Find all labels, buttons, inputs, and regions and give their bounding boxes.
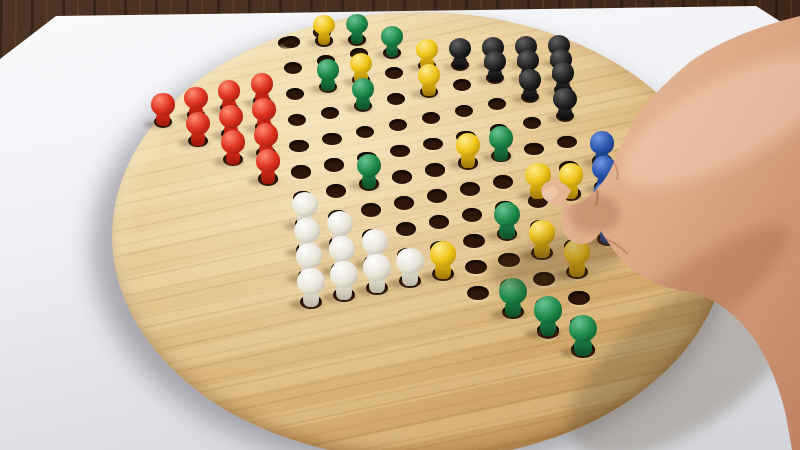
peg-head	[590, 131, 614, 154]
hole-12-4[interactable]	[557, 136, 576, 149]
hole-7-7[interactable]	[396, 222, 417, 236]
peg-head	[346, 14, 367, 35]
peg-white[interactable]	[330, 261, 357, 300]
peg-head	[456, 133, 480, 156]
peg-head	[553, 88, 576, 110]
hole-7-2[interactable]	[387, 93, 405, 105]
hole-10-8[interactable]	[498, 253, 519, 267]
peg-head	[294, 218, 320, 243]
peg-head	[534, 296, 562, 323]
hole-8-4[interactable]	[425, 163, 445, 176]
photo-scene	[0, 0, 800, 450]
peg-green[interactable]	[534, 296, 562, 336]
peg-head	[625, 150, 650, 174]
peg-head	[357, 154, 382, 178]
peg-head	[256, 149, 281, 173]
peg-green[interactable]	[489, 126, 513, 160]
hole-4-3[interactable]	[284, 62, 302, 74]
peg-head	[559, 163, 584, 187]
hole-9-6[interactable]	[462, 208, 483, 222]
peg-head	[330, 261, 357, 288]
peg-head	[252, 98, 275, 121]
peg-green[interactable]	[357, 154, 382, 189]
peg-red[interactable]	[186, 112, 210, 146]
hole-7-4[interactable]	[390, 145, 409, 158]
peg-head	[569, 315, 598, 343]
peg-head	[416, 39, 438, 60]
hole-4-7[interactable]	[291, 165, 311, 178]
peg-yellow[interactable]	[430, 241, 457, 279]
peg-yellow[interactable]	[529, 220, 555, 258]
hole-9-1[interactable]	[453, 79, 471, 91]
peg-red[interactable]	[151, 93, 174, 126]
peg-head	[151, 93, 174, 115]
hole-11-9[interactable]	[533, 272, 555, 287]
peg-white[interactable]	[396, 248, 423, 287]
hole-6-4[interactable]	[356, 126, 375, 139]
board-cells	[0, 0, 800, 450]
hole-9-7[interactable]	[463, 234, 484, 248]
peg-green[interactable]	[569, 315, 598, 356]
peg-head	[661, 193, 687, 218]
peg-white[interactable]	[363, 254, 390, 293]
peg-head	[186, 112, 210, 135]
peg-blue[interactable]	[628, 200, 654, 237]
peg-head	[327, 211, 353, 236]
peg-head	[362, 229, 389, 255]
hole-8-3[interactable]	[423, 138, 442, 151]
peg-head	[296, 243, 323, 269]
peg-green[interactable]	[352, 78, 375, 111]
peg-head	[329, 236, 356, 262]
peg-green[interactable]	[494, 202, 520, 239]
peg-head	[519, 69, 542, 91]
peg-head	[418, 64, 441, 86]
peg-blue[interactable]	[595, 207, 621, 244]
hole-7-6[interactable]	[394, 196, 414, 210]
peg-white[interactable]	[297, 268, 325, 307]
peg-yellow[interactable]	[559, 163, 584, 199]
peg-head	[659, 168, 684, 192]
peg-head	[219, 105, 243, 128]
peg-head	[297, 268, 325, 295]
peg-head	[221, 130, 245, 153]
hole-11-3[interactable]	[523, 117, 542, 130]
hole-5-4[interactable]	[321, 107, 340, 119]
hole-4-4[interactable]	[286, 88, 304, 100]
peg-head	[494, 202, 520, 227]
peg-blue[interactable]	[661, 193, 687, 230]
peg-blue[interactable]	[694, 187, 720, 223]
hole-11-4[interactable]	[524, 143, 543, 156]
peg-head	[626, 175, 651, 199]
hole-5-7[interactable]	[326, 184, 346, 197]
peg-head	[313, 15, 334, 36]
hole-4-5[interactable]	[288, 114, 307, 126]
peg-yellow[interactable]	[418, 64, 441, 96]
peg-head	[489, 126, 513, 149]
hole-8-2[interactable]	[422, 112, 441, 124]
peg-head	[484, 51, 506, 72]
hole-9-2[interactable]	[455, 105, 474, 117]
hole-8-6[interactable]	[429, 215, 450, 229]
peg-black[interactable]	[519, 69, 542, 101]
hole-12-10[interactable]	[568, 291, 590, 306]
hole-7-1[interactable]	[385, 67, 403, 79]
peg-head	[352, 78, 375, 100]
peg-head	[363, 254, 390, 280]
peg-black[interactable]	[449, 38, 471, 69]
peg-head	[350, 53, 372, 74]
hole-9-9[interactable]	[467, 286, 489, 301]
peg-head	[552, 62, 574, 84]
peg-green[interactable]	[346, 14, 367, 44]
peg-head	[517, 50, 539, 71]
peg-head	[593, 182, 618, 207]
peg-yellow-held[interactable]	[525, 163, 550, 199]
hole-10-2[interactable]	[488, 98, 506, 110]
hole-10-5[interactable]	[493, 175, 513, 188]
peg-head	[184, 87, 207, 109]
peg-head	[218, 80, 241, 102]
peg-green[interactable]	[381, 26, 403, 57]
peg-yellow[interactable]	[313, 15, 334, 45]
peg-head	[254, 123, 278, 146]
peg-head	[317, 59, 339, 81]
peg-black[interactable]	[553, 88, 576, 121]
peg-head	[592, 156, 617, 180]
hole-12-7[interactable]	[563, 213, 584, 227]
peg-head	[499, 278, 527, 305]
peg-head	[694, 187, 720, 212]
hole-7-5[interactable]	[392, 170, 412, 183]
hole-7-3[interactable]	[389, 119, 408, 132]
peg-red[interactable]	[256, 149, 281, 184]
hole-9-5[interactable]	[460, 182, 480, 195]
peg-head	[430, 241, 457, 267]
hole-4-2[interactable]	[282, 36, 299, 47]
peg-head	[564, 239, 591, 265]
hole-8-5[interactable]	[427, 189, 447, 202]
peg-black[interactable]	[484, 51, 506, 83]
peg-yellow[interactable]	[456, 133, 480, 167]
peg-head	[292, 192, 318, 217]
hole-4-6[interactable]	[289, 140, 308, 153]
hole-5-6[interactable]	[324, 158, 344, 171]
peg-yellow[interactable]	[564, 239, 591, 277]
peg-head	[396, 248, 423, 274]
hole-9-8[interactable]	[465, 260, 487, 274]
peg-head	[595, 207, 621, 232]
peg-red[interactable]	[221, 130, 245, 164]
peg-head	[251, 73, 274, 95]
hole-6-7[interactable]	[361, 203, 381, 217]
peg-head	[628, 200, 654, 225]
hole-5-5[interactable]	[322, 133, 341, 146]
peg-head	[449, 38, 471, 59]
peg-head	[525, 163, 550, 187]
peg-head	[529, 220, 555, 246]
peg-green[interactable]	[499, 278, 527, 318]
peg-head	[381, 26, 403, 47]
peg-green[interactable]	[317, 59, 339, 91]
